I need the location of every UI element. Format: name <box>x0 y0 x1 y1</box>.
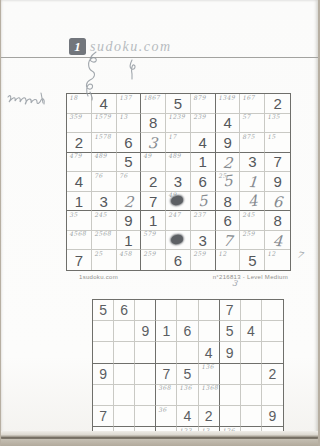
cell-r1-c6: 879 <box>191 94 216 114</box>
cell-r1-c5: 5 <box>166 94 191 114</box>
photo-table-edge <box>1 431 318 446</box>
pencil-marks: 12 <box>267 250 289 257</box>
given-digit: 1 <box>199 153 207 170</box>
cell-r1-c4: 1867 <box>141 94 166 114</box>
given-digit: 4 <box>75 173 83 190</box>
cell-r2-c8: 4 <box>241 321 262 342</box>
pencil-marks: 136 <box>201 364 218 371</box>
pencil-marks: 76 <box>119 172 140 179</box>
cell-r3-c5 <box>177 342 198 363</box>
cell-r2-c4: 1 <box>156 321 177 342</box>
pencil-marks: 57 <box>242 113 263 120</box>
cell-r3-c6: 4 <box>199 342 220 363</box>
pencil-marks: 36 <box>158 406 175 413</box>
grid-footer-puzzle-info: n°216813 - Level Medium <box>213 274 288 280</box>
cell-r7-c1: 35 <box>67 211 92 231</box>
cell-r4-c4: 7 <box>156 364 177 385</box>
cell-r6-c4: 36 <box>156 406 177 427</box>
cell-r6-c8: 4 <box>240 192 265 212</box>
cell-r4-c8: 3 <box>240 153 265 173</box>
cell-r6-c1: 1 <box>67 192 92 212</box>
page-bottom-shadow <box>1 437 318 439</box>
pencil-marks: 245 <box>242 211 263 218</box>
cell-r2-c4: 8 <box>141 114 166 134</box>
cell-r6-c6: 2 <box>199 406 220 427</box>
pencil-marks: 18 <box>69 94 90 101</box>
cell-r3-c4: 3 <box>141 133 166 153</box>
cell-r1-c6 <box>199 300 220 321</box>
cell-r2-c1: 359 <box>67 114 92 134</box>
cell-r6-c9: 6 <box>265 192 290 212</box>
given-digit: 3 <box>248 153 256 170</box>
given-digit: 7 <box>75 252 83 269</box>
cell-r1-c2: 4 <box>92 94 117 114</box>
pencil-marks: 245 <box>94 211 115 218</box>
cell-r1-c3 <box>135 300 156 321</box>
cell-r1-c1: 18 <box>67 94 92 114</box>
cell-r5-c7: 525 <box>216 172 241 192</box>
cell-r4-c2: 489 <box>92 153 117 173</box>
cell-r1-c8: 167 <box>240 94 265 114</box>
pencil-marks: 49 <box>143 152 164 159</box>
cell-r5-c6: 6 <box>191 172 216 192</box>
cell-r2-c1 <box>93 321 114 342</box>
cell-r4-c1: 9 <box>93 364 114 385</box>
cell-r5-c9: 9 <box>265 172 290 192</box>
cell-r4-c5: 489 <box>166 153 191 173</box>
handwritten-digit: 4 <box>272 232 283 251</box>
cell-r8-c5 <box>166 231 191 251</box>
given-digit: 5 <box>184 366 192 382</box>
given-digit: 9 <box>223 134 231 151</box>
pencil-marks: 1578 <box>94 133 115 140</box>
cell-r9-c7: 12 <box>216 250 241 270</box>
pencil-marks: 875 <box>242 133 263 140</box>
pencil-marks: 2568 <box>94 231 115 238</box>
cell-r6-c3: 2 <box>117 192 142 212</box>
cell-r6-c2: 3 <box>92 192 117 212</box>
pencil-marks: 1239 <box>168 113 189 120</box>
pencil-marks: 1579 <box>94 113 115 120</box>
given-digit: 5 <box>226 323 234 339</box>
cell-r9-c5: 6 <box>166 250 191 270</box>
cell-r8-c1: 4568 <box>67 231 92 251</box>
cell-r2-c7: 4 <box>216 114 241 134</box>
cell-r3-c9 <box>262 342 283 363</box>
cell-r7-c3: 9 <box>117 211 142 231</box>
cell-r1-c7: 7 <box>220 300 241 321</box>
cell-r2-c8: 57 <box>240 114 265 134</box>
cell-r5-c7 <box>220 385 241 406</box>
pencil-marks: 247 <box>168 211 189 218</box>
cell-r5-c1: 4 <box>67 172 92 192</box>
given-digit: 2 <box>269 366 277 382</box>
stray-pencil-mark: 3 <box>231 279 237 289</box>
cell-r4-c8 <box>241 364 262 385</box>
cell-r3-c9: 15 <box>265 133 290 153</box>
cell-r1-c9 <box>262 300 283 321</box>
cell-r7-c8: 245 <box>240 211 265 231</box>
handwritten-digit: 2 <box>222 154 233 173</box>
cell-r5-c8: 1 <box>240 172 265 192</box>
pencil-marks: 259 <box>242 231 263 238</box>
given-digit: 9 <box>226 345 234 361</box>
cell-r6-c2 <box>114 406 135 427</box>
site-logo-icon: 1 <box>69 38 86 55</box>
cell-r5-c4: 2 <box>141 172 166 192</box>
given-digit: 2 <box>149 173 157 190</box>
cell-r4-c6: 136 <box>199 364 220 385</box>
given-digit: 5 <box>248 252 256 269</box>
pencil-marks: 489 <box>94 152 115 159</box>
cell-r5-c5: 3 <box>166 172 191 192</box>
given-digit: 2 <box>273 95 281 112</box>
given-digit: 4 <box>199 134 207 151</box>
given-digit: 4 <box>184 408 192 424</box>
cell-r8-c6: 3 <box>191 231 216 251</box>
pencil-marks: 239 <box>193 113 214 120</box>
given-digit: 9 <box>99 366 107 382</box>
pencil-marks: 1349 <box>218 94 239 101</box>
given-digit: 2 <box>205 408 213 424</box>
cell-r5-c2: 76 <box>92 172 117 192</box>
cell-r7-c5: 247 <box>166 211 191 231</box>
cell-r2-c3: 9 <box>135 321 156 342</box>
cell-r7-c2: 245 <box>92 211 117 231</box>
cell-r5-c3: 76 <box>117 172 142 192</box>
given-digit: 6 <box>124 134 132 151</box>
given-digit: 1 <box>124 232 132 249</box>
cell-r9-c3: 458 <box>117 250 142 270</box>
cell-r4-c6: 1 <box>191 153 216 173</box>
pencil-marks: 579 <box>143 231 164 238</box>
cell-r6-c3 <box>135 406 156 427</box>
cell-r4-c9: 7 <box>265 153 290 173</box>
cell-r9-c1: 7 <box>67 250 92 270</box>
stray-pencil-mark: 7 <box>296 249 304 260</box>
cell-r2-c2 <box>114 321 135 342</box>
cell-r5-c8 <box>241 385 262 406</box>
cell-r2-c9 <box>262 321 283 342</box>
pencil-marks: 879 <box>193 94 214 101</box>
cell-r1-c8 <box>241 300 262 321</box>
cell-r9-c9: 12 <box>265 250 290 270</box>
cell-r1-c4 <box>156 300 177 321</box>
given-digit: 1 <box>75 193 83 210</box>
cell-r1-c1: 5 <box>93 300 114 321</box>
cell-r7-c4: 1 <box>141 211 166 231</box>
pencil-marks: 136 <box>179 385 196 392</box>
given-digit: 6 <box>223 212 231 229</box>
cell-r9-c2: 25 <box>92 250 117 270</box>
cell-r8-c3: 1 <box>117 231 142 251</box>
cell-r7-c9: 8 <box>265 211 290 231</box>
cell-r5-c6: 1368 <box>199 385 220 406</box>
sudoku-grid-bottom: 5679165449975136236813613687364295812313… <box>92 299 284 446</box>
cell-r9-c8: 5 <box>240 250 265 270</box>
cell-r2-c9: 135 <box>265 114 290 134</box>
given-digit: 6 <box>199 173 207 190</box>
cell-r1-c5 <box>177 300 198 321</box>
cell-r6-c9: 9 <box>262 406 283 427</box>
pencil-marks: 1867 <box>143 94 164 101</box>
given-digit: 7 <box>149 193 157 210</box>
given-digit: 2 <box>75 134 83 151</box>
pencil-marks: 49 <box>168 192 189 199</box>
cell-r8-c9: 4 <box>265 231 290 251</box>
pencil-marks: 259 <box>193 250 214 257</box>
cell-r8-c7: 7 <box>216 231 241 251</box>
cell-r4-c5: 5 <box>177 364 198 385</box>
cell-r6-c7: 8 <box>216 192 241 212</box>
handwritten-digit: 2 <box>123 193 134 212</box>
cell-r4-c7 <box>220 364 241 385</box>
given-digit: 5 <box>99 302 107 318</box>
cell-r3-c3: 6 <box>117 133 142 153</box>
given-digit: 5 <box>174 95 182 112</box>
pencil-marks: 359 <box>69 113 90 120</box>
pencil-marks: 479 <box>69 152 90 159</box>
pencil-marks: 368 <box>158 385 175 392</box>
grid-footer-site: 1sudoku.com <box>79 274 118 280</box>
cell-r1-c2: 6 <box>114 300 135 321</box>
given-digit: 4 <box>247 323 255 339</box>
cell-r3-c2 <box>114 342 135 363</box>
given-digit: 9 <box>269 408 277 424</box>
cell-r3-c7: 9 <box>216 133 241 153</box>
cell-r3-c8 <box>241 342 262 363</box>
cell-r6-c4: 7 <box>141 192 166 212</box>
cell-r3-c7: 9 <box>220 342 241 363</box>
given-digit: 7 <box>226 302 234 318</box>
cell-r1-c7: 1349 <box>216 94 241 114</box>
cell-r3-c1: 2 <box>67 133 92 153</box>
cell-r6-c8 <box>241 406 262 427</box>
cell-r5-c2 <box>114 385 135 406</box>
pencil-marks: 489 <box>168 152 189 159</box>
pencil-marks: 17 <box>168 133 189 140</box>
cell-r2-c5: 6 <box>177 321 198 342</box>
given-digit: 4 <box>205 345 213 361</box>
cell-r4-c4: 49 <box>141 153 166 173</box>
handwritten-digit: 5 <box>197 192 208 211</box>
cell-r8-c8: 259 <box>240 231 265 251</box>
handwritten-digit: 7 <box>222 232 233 251</box>
cell-r5-c4: 368 <box>156 385 177 406</box>
handwritten-digit: 4 <box>247 192 258 211</box>
cell-r3-c2: 1578 <box>92 133 117 153</box>
handwritten-digit: 6 <box>272 193 283 212</box>
cell-r5-c9 <box>262 385 283 406</box>
cell-r5-c1 <box>93 385 114 406</box>
cell-r8-c2: 2568 <box>92 231 117 251</box>
given-digit: 9 <box>141 323 149 339</box>
given-digit: 8 <box>149 114 157 131</box>
cell-r2-c5: 1239 <box>166 114 191 134</box>
pencil-marks: 458 <box>119 250 140 257</box>
cell-r1-c3: 137 <box>117 94 142 114</box>
given-digit: 8 <box>223 193 231 210</box>
cell-r6-c1: 7 <box>93 406 114 427</box>
cell-r1-c9: 2 <box>265 94 290 114</box>
cell-r2-c6 <box>199 321 220 342</box>
cell-r2-c6: 239 <box>191 114 216 134</box>
pencil-marks: 237 <box>193 211 214 218</box>
cell-r3-c4 <box>156 342 177 363</box>
handwritten-digit: 1 <box>247 173 258 192</box>
given-digit: 8 <box>273 212 281 229</box>
given-digit: 7 <box>162 366 170 382</box>
given-digit: 7 <box>99 408 107 424</box>
given-digit: 3 <box>199 232 207 249</box>
cell-r8-c4: 579 <box>141 231 166 251</box>
cell-r3-c5: 17 <box>166 133 191 153</box>
cell-r5-c5: 136 <box>177 385 198 406</box>
cell-r3-c1 <box>93 342 114 363</box>
pencil-marks: 12 <box>218 250 239 257</box>
pencil-marks: 15 <box>267 133 289 140</box>
pencil-marks: 137 <box>119 94 140 101</box>
cell-r2-c2: 1579 <box>92 114 117 134</box>
cell-r4-c2 <box>114 364 135 385</box>
cell-r4-c7: 2 <box>216 153 241 173</box>
given-digit: 3 <box>174 173 182 190</box>
given-digit: 4 <box>99 95 107 112</box>
cell-r3-c6: 4 <box>191 133 216 153</box>
cell-r7-c7: 6 <box>216 211 241 231</box>
pencil-marks: 167 <box>242 94 263 101</box>
cell-r3-c8: 875 <box>240 133 265 153</box>
pencil-marks: 25 <box>218 172 239 179</box>
pencil-marks: 35 <box>69 211 90 218</box>
given-digit: 4 <box>223 114 231 131</box>
given-digit: 9 <box>124 212 132 229</box>
pencil-marks: 259 <box>143 250 164 257</box>
pencil-marks: 1368 <box>201 385 218 392</box>
cell-r4-c3 <box>135 364 156 385</box>
given-digit: 6 <box>174 252 182 269</box>
header-divider <box>1 57 318 58</box>
cell-r4-c9: 2 <box>262 364 283 385</box>
given-digit: 1 <box>162 323 170 339</box>
handwritten-digit: 3 <box>148 134 159 153</box>
pencil-marks: 76 <box>94 172 115 179</box>
given-digit: 5 <box>124 153 132 170</box>
cell-r6-c7 <box>220 406 241 427</box>
pencil-marks: 135 <box>267 113 289 120</box>
cell-r5-c3 <box>135 385 156 406</box>
cell-r9-c4: 259 <box>141 250 166 270</box>
cell-r9-c6: 259 <box>191 250 216 270</box>
given-digit: 6 <box>120 302 128 318</box>
given-digit: 9 <box>273 173 281 190</box>
cell-r6-c5: 4 <box>177 406 198 427</box>
cell-r2-c3: 13 <box>117 114 142 134</box>
cell-r4-c1: 479 <box>67 153 92 173</box>
given-digit: 3 <box>99 193 107 210</box>
cell-r6-c5: 49 <box>166 192 191 212</box>
sudoku-grid-top: 1841371867587913491672359157913812392394… <box>66 93 291 271</box>
cell-r2-c7: 5 <box>220 321 241 342</box>
given-digit: 7 <box>273 153 281 170</box>
cell-r4-c3: 5 <box>117 153 142 173</box>
pencil-marks: 25 <box>94 250 115 257</box>
given-digit: 6 <box>184 323 192 339</box>
site-wordmark: sudoku.com <box>90 38 172 55</box>
scribbled-out-mark <box>170 234 183 245</box>
pencil-marks: 13 <box>119 113 140 120</box>
cell-r3-c3 <box>135 342 156 363</box>
given-digit: 1 <box>149 212 157 229</box>
pencil-marks: 4568 <box>69 231 90 238</box>
cell-r6-c6: 5 <box>191 192 216 212</box>
cell-r7-c6: 237 <box>191 211 216 231</box>
paper-page: 1 sudoku.com 184137186758791349167235915… <box>1 0 318 446</box>
